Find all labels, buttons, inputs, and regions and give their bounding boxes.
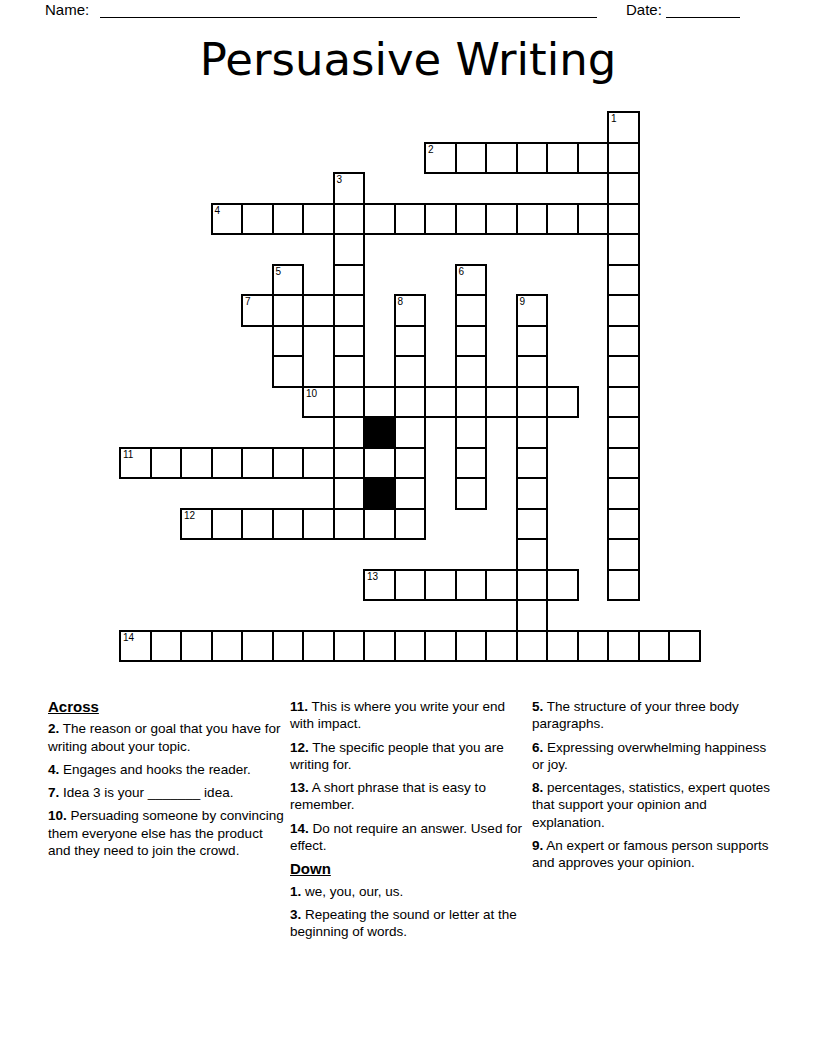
grid-cell[interactable] (272, 355, 305, 388)
clue-number: 8 (398, 296, 404, 307)
grid-cell[interactable]: 10 (302, 386, 335, 419)
clue-across-7: 7. Idea 3 is your _______ idea. (48, 784, 286, 801)
grid-cell[interactable] (211, 447, 244, 480)
grid-cell[interactable] (333, 355, 366, 388)
grid-cell[interactable] (485, 569, 518, 602)
name-label: Name: (45, 1, 89, 18)
grid-cell[interactable] (668, 630, 701, 663)
grid-cell[interactable] (272, 447, 305, 480)
clue-number: 13 (367, 571, 378, 582)
grid-cell[interactable] (455, 569, 488, 602)
crossword-grid: 1234567891011121314 (119, 111, 701, 662)
grid-cell[interactable] (516, 569, 549, 602)
grid-cell[interactable]: 7 (241, 294, 274, 327)
grid-cell[interactable] (424, 203, 457, 236)
grid-cell[interactable] (485, 142, 518, 175)
grid-cell[interactable] (180, 447, 213, 480)
grid-cell[interactable] (150, 630, 183, 663)
grid-cell[interactable] (455, 142, 488, 175)
grid-cell[interactable] (211, 508, 244, 541)
grid-cell[interactable]: 5 (272, 264, 305, 297)
grid-cell[interactable] (333, 386, 366, 419)
grid-cell[interactable]: 9 (516, 294, 549, 327)
grid-cell[interactable] (607, 142, 640, 175)
grid-cell[interactable] (302, 630, 335, 663)
grid-cell[interactable] (607, 233, 640, 266)
clue-number: 12 (184, 510, 195, 521)
clue-number: 2 (428, 144, 434, 155)
grid-cell[interactable]: 12 (180, 508, 213, 541)
clue-number: 6 (459, 266, 465, 277)
clue-across-14: 14. Do not require an answer. Used for e… (290, 820, 528, 855)
clue-down-1: 1. we, you, our, us. (290, 883, 528, 900)
grid-cell[interactable] (607, 172, 640, 205)
grid-cell[interactable] (333, 508, 366, 541)
grid-cell[interactable] (607, 386, 640, 419)
grid-cell[interactable] (607, 447, 640, 480)
grid-cell[interactable] (455, 203, 488, 236)
grid-cell[interactable] (455, 325, 488, 358)
clue-down-6: 6. Expressing overwhelming happiness or … (532, 739, 770, 774)
grid-cell[interactable]: 8 (394, 294, 427, 327)
grid-cell[interactable] (516, 386, 549, 419)
grid-cell[interactable] (241, 447, 274, 480)
date-label: Date: (626, 1, 662, 18)
grid-cell[interactable] (607, 477, 640, 510)
grid-cell[interactable] (302, 203, 335, 236)
grid-cell[interactable] (516, 325, 549, 358)
grid-cell[interactable] (546, 386, 579, 419)
clue-down-8: 8. percentages, statistics, expert quote… (532, 779, 770, 831)
grid-cell[interactable] (607, 355, 640, 388)
grid-cell[interactable] (272, 508, 305, 541)
grid-cell[interactable] (607, 508, 640, 541)
grid-cell[interactable] (607, 203, 640, 236)
grid-cell[interactable] (241, 203, 274, 236)
clue-across-12: 12. The specific people that you are wri… (290, 739, 528, 774)
grid-cell[interactable] (455, 294, 488, 327)
grid-cell[interactable] (302, 447, 335, 480)
grid-cell[interactable] (333, 325, 366, 358)
grid-cell[interactable] (333, 447, 366, 480)
grid-cell[interactable] (516, 142, 549, 175)
clue-number: 14 (123, 632, 134, 643)
grid-cell[interactable] (211, 630, 244, 663)
grid-cell[interactable] (516, 416, 549, 449)
grid-cell[interactable] (455, 386, 488, 419)
grid-cell[interactable] (516, 630, 549, 663)
grid-cell[interactable] (424, 569, 457, 602)
grid-cell[interactable] (546, 142, 579, 175)
grid-cell[interactable] (546, 203, 579, 236)
clue-number: 10 (306, 388, 317, 399)
grid-cell[interactable] (394, 325, 427, 358)
grid-cell[interactable] (394, 355, 427, 388)
blocked-cell (363, 477, 396, 510)
grid-cell[interactable] (455, 477, 488, 510)
grid-cell[interactable] (363, 508, 396, 541)
grid-cell[interactable] (607, 538, 640, 571)
clues-col-1: Across2. The reason or goal that you hav… (48, 698, 286, 865)
grid-cell[interactable] (455, 416, 488, 449)
grid-cell[interactable]: 2 (424, 142, 457, 175)
grid-cell[interactable] (577, 203, 610, 236)
grid-cell[interactable] (394, 477, 427, 510)
grid-cell[interactable] (607, 416, 640, 449)
clue-across-2: 2. The reason or goal that you have for … (48, 720, 286, 755)
grid-cell[interactable]: 4 (211, 203, 244, 236)
grid-cell[interactable] (302, 508, 335, 541)
grid-cell[interactable] (363, 203, 396, 236)
clue-across-4: 4. Engages and hooks the reader. (48, 761, 286, 778)
grid-cell[interactable]: 3 (333, 172, 366, 205)
clue-across-13: 13. A short phrase that is easy to remem… (290, 779, 528, 814)
grid-cell[interactable] (638, 630, 671, 663)
grid-cell[interactable] (363, 630, 396, 663)
worksheet-page: Name: Date: Persuasive Writing 123456789… (0, 0, 816, 1056)
grid-cell[interactable] (485, 203, 518, 236)
grid-cell[interactable] (333, 233, 366, 266)
grid-cell[interactable] (546, 630, 579, 663)
date-line[interactable] (666, 0, 740, 18)
grid-cell[interactable] (516, 355, 549, 388)
grid-cell[interactable]: 14 (119, 630, 152, 663)
grid-cell[interactable] (272, 630, 305, 663)
grid-cell[interactable] (333, 294, 366, 327)
grid-cell[interactable] (394, 508, 427, 541)
grid-cell[interactable] (333, 203, 366, 236)
grid-cell[interactable] (577, 630, 610, 663)
grid-cell[interactable] (607, 325, 640, 358)
grid-cell[interactable] (272, 294, 305, 327)
grid-cell[interactable] (241, 630, 274, 663)
page-title: Persuasive Writing (0, 33, 816, 86)
grid-cell[interactable] (516, 508, 549, 541)
grid-cell[interactable] (516, 203, 549, 236)
grid-cell[interactable] (272, 325, 305, 358)
grid-cell[interactable] (607, 294, 640, 327)
grid-cell[interactable] (363, 447, 396, 480)
clue-number: 1 (611, 113, 617, 124)
grid-cell[interactable] (424, 630, 457, 663)
grid-cell[interactable]: 1 (607, 111, 640, 144)
grid-cell[interactable] (516, 477, 549, 510)
clue-across-10: 10. Persuading someone by convincing the… (48, 807, 286, 859)
clue-number: 5 (276, 266, 282, 277)
grid-cell[interactable] (394, 203, 427, 236)
clue-number: 3 (337, 174, 343, 185)
grid-cell[interactable] (485, 386, 518, 419)
grid-cell[interactable] (455, 630, 488, 663)
grid-cell[interactable] (394, 630, 427, 663)
clues-col-3: 5. The structure of your three body para… (532, 698, 770, 878)
grid-cell[interactable] (150, 447, 183, 480)
blocked-cell (363, 416, 396, 449)
clue-down-5: 5. The structure of your three body para… (532, 698, 770, 733)
grid-cell[interactable] (455, 447, 488, 480)
grid-cell[interactable]: 11 (119, 447, 152, 480)
grid-cell[interactable] (516, 447, 549, 480)
grid-cell[interactable] (516, 599, 549, 632)
grid-cell[interactable] (607, 264, 640, 297)
clue-across-11: 11. This is where you write your end wit… (290, 698, 528, 733)
grid-cell[interactable] (333, 630, 366, 663)
name-line[interactable] (100, 0, 597, 18)
grid-cell[interactable] (363, 386, 396, 419)
grid-cell[interactable] (424, 386, 457, 419)
grid-cell[interactable] (394, 416, 427, 449)
grid-cell[interactable] (333, 264, 366, 297)
grid-cell[interactable] (455, 355, 488, 388)
grid-cell[interactable] (333, 477, 366, 510)
grid-cell[interactable] (394, 447, 427, 480)
grid-cell[interactable] (394, 386, 427, 419)
grid-cell[interactable] (241, 508, 274, 541)
grid-cell[interactable] (546, 569, 579, 602)
grid-cell[interactable] (302, 294, 335, 327)
grid-cell[interactable]: 6 (455, 264, 488, 297)
grid-cell[interactable] (577, 142, 610, 175)
clue-number: 7 (245, 296, 251, 307)
grid-cell[interactable] (272, 203, 305, 236)
clue-number: 11 (123, 449, 133, 460)
grid-cell[interactable] (516, 538, 549, 571)
grid-cell[interactable] (485, 630, 518, 663)
down-header: Down (290, 860, 528, 877)
clue-number: 4 (215, 205, 221, 216)
clue-down-3: 3. Repeating the sound or letter at the … (290, 906, 528, 941)
grid-cell[interactable] (394, 569, 427, 602)
grid-cell[interactable]: 13 (363, 569, 396, 602)
clues-col-2: 11. This is where you write your end wit… (290, 698, 528, 947)
across-header: Across (48, 698, 286, 715)
clue-number: 9 (520, 296, 526, 307)
grid-cell[interactable] (607, 630, 640, 663)
grid-cell[interactable] (333, 416, 366, 449)
grid-cell[interactable] (607, 569, 640, 602)
clue-down-9: 9. An expert or famous person supports a… (532, 837, 770, 872)
grid-cell[interactable] (180, 630, 213, 663)
